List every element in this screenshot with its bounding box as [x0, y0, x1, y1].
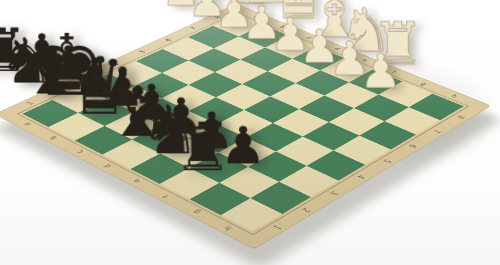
- chess-set-product-photo: abcdefgh abcdefgh 87654321 87654321 ♜♞♝♚…: [0, 0, 500, 265]
- chess-board: abcdefgh abcdefgh 87654321 87654321 ♜♞♝♚…: [0, 4, 492, 250]
- piece-white-pawn-h7: ♟: [359, 47, 402, 95]
- pieces-layer: ♜♞♝♚♛♝♞♜♟♟♟♟♟♟♟♟♟♟♟♟♟♟♟♟♜♞♝♚♛♝♞♜: [0, 4, 492, 250]
- piece-black-rook-h1: ♜: [173, 114, 233, 181]
